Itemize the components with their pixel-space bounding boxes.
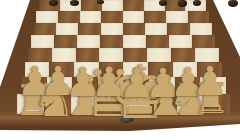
square [149,77,175,94]
black-piece-top [159,0,167,6]
square [77,35,100,48]
square [99,48,123,62]
black-piece-top [70,0,79,6]
square [101,11,123,23]
square [204,94,231,114]
square [25,62,50,77]
square [150,94,177,114]
black-piece-top [49,0,58,6]
square [190,23,212,35]
square [124,94,151,114]
square [167,23,189,35]
square [99,62,124,77]
square [197,62,222,77]
square [78,23,100,35]
square [71,94,98,114]
black-piece-top [193,0,201,6]
square [80,11,102,23]
black-piece-top [97,0,104,4]
square [195,48,219,62]
rank [25,62,222,77]
square [192,35,215,48]
square [123,11,145,23]
square [28,48,52,62]
square [147,48,171,62]
rank [34,23,213,35]
square [101,23,123,35]
square [17,94,44,114]
square [98,77,124,94]
square [123,62,148,77]
square [100,35,123,48]
square [49,62,74,77]
square [58,11,80,23]
rank [28,48,219,62]
chess-set-photo: ♜♞♝♛♚♝♞♜♟♟♟♟♟♟♟♟ [0,0,240,140]
square [44,94,71,114]
square [123,48,147,62]
square [54,35,77,48]
square [166,11,188,23]
square [144,11,166,23]
square [146,35,169,48]
square [188,11,210,23]
black-piece-top [178,0,187,7]
square [200,77,226,94]
square [173,62,198,77]
square [123,23,145,35]
square [171,48,195,62]
black-piece-top [228,0,238,7]
square [124,77,150,94]
square [145,23,167,35]
square [76,48,100,62]
square [74,62,99,77]
square [52,48,76,62]
square [31,35,54,48]
square [123,0,144,11]
square [97,94,124,114]
square [34,23,56,35]
square [47,77,73,94]
square [72,77,98,94]
rank [36,11,209,23]
rank [31,35,215,48]
square [123,35,146,48]
square [175,77,201,94]
square [148,62,173,77]
square [56,23,78,35]
square [36,11,58,23]
square [177,94,204,114]
square [21,77,47,94]
square [169,35,192,48]
rank [17,94,230,114]
square [102,0,123,11]
rank [21,77,226,94]
